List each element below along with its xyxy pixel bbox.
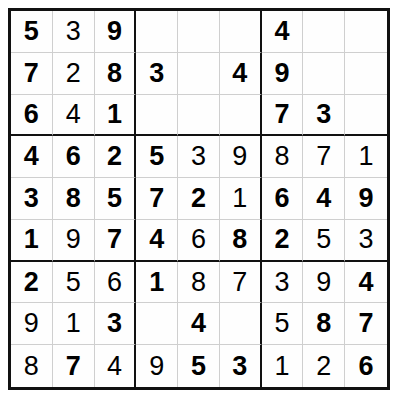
cell-r1c2[interactable]: 3	[53, 11, 95, 53]
cell-r3c1[interactable]: 6	[11, 95, 53, 137]
cell-r1c7[interactable]: 4	[262, 11, 304, 53]
cell-r9c9[interactable]: 6	[345, 345, 387, 387]
cell-r3c9[interactable]	[345, 95, 387, 137]
cell-r9c6[interactable]: 3	[220, 345, 262, 387]
cell-r6c6[interactable]: 8	[220, 220, 262, 262]
cell-r4c4[interactable]: 5	[136, 136, 178, 178]
cell-r6c9[interactable]: 3	[345, 220, 387, 262]
sudoku-board: 5394728349641734625398713857216491974682…	[8, 8, 390, 390]
cell-r7c7[interactable]: 3	[262, 262, 304, 304]
cell-r7c9[interactable]: 4	[345, 262, 387, 304]
cell-r8c4[interactable]	[136, 303, 178, 345]
cell-r1c4[interactable]	[136, 11, 178, 53]
cell-r8c2[interactable]: 1	[53, 303, 95, 345]
cell-r9c7[interactable]: 1	[262, 345, 304, 387]
cell-r9c3[interactable]: 4	[95, 345, 137, 387]
cell-r4c9[interactable]: 1	[345, 136, 387, 178]
cell-r2c2[interactable]: 2	[53, 53, 95, 95]
cell-r4c3[interactable]: 2	[95, 136, 137, 178]
cell-r7c8[interactable]: 9	[303, 262, 345, 304]
cell-r6c1[interactable]: 1	[11, 220, 53, 262]
cell-r7c2[interactable]: 5	[53, 262, 95, 304]
cell-r5c8[interactable]: 4	[303, 178, 345, 220]
cell-r3c8[interactable]: 3	[303, 95, 345, 137]
cell-r8c9[interactable]: 7	[345, 303, 387, 345]
cell-r4c7[interactable]: 8	[262, 136, 304, 178]
cell-r6c3[interactable]: 7	[95, 220, 137, 262]
cell-r4c2[interactable]: 6	[53, 136, 95, 178]
cell-r6c2[interactable]: 9	[53, 220, 95, 262]
cell-r3c5[interactable]	[178, 95, 220, 137]
cell-r1c6[interactable]	[220, 11, 262, 53]
cell-r9c1[interactable]: 8	[11, 345, 53, 387]
cell-r7c6[interactable]: 7	[220, 262, 262, 304]
cell-r3c6[interactable]	[220, 95, 262, 137]
cell-r1c8[interactable]	[303, 11, 345, 53]
cell-r7c1[interactable]: 2	[11, 262, 53, 304]
cell-r8c1[interactable]: 9	[11, 303, 53, 345]
cell-r2c7[interactable]: 9	[262, 53, 304, 95]
cell-r1c5[interactable]	[178, 11, 220, 53]
cell-r3c4[interactable]	[136, 95, 178, 137]
cell-r1c3[interactable]: 9	[95, 11, 137, 53]
cell-r9c5[interactable]: 5	[178, 345, 220, 387]
cell-r9c4[interactable]: 9	[136, 345, 178, 387]
cell-r7c5[interactable]: 8	[178, 262, 220, 304]
cell-r3c3[interactable]: 1	[95, 95, 137, 137]
cell-r6c4[interactable]: 4	[136, 220, 178, 262]
cell-r2c3[interactable]: 8	[95, 53, 137, 95]
cell-r3c7[interactable]: 7	[262, 95, 304, 137]
cell-r6c8[interactable]: 5	[303, 220, 345, 262]
cell-r5c3[interactable]: 5	[95, 178, 137, 220]
cell-r4c5[interactable]: 3	[178, 136, 220, 178]
cell-r8c3[interactable]: 3	[95, 303, 137, 345]
cell-r2c9[interactable]	[345, 53, 387, 95]
cell-r5c2[interactable]: 8	[53, 178, 95, 220]
cell-r5c5[interactable]: 2	[178, 178, 220, 220]
cell-r5c9[interactable]: 9	[345, 178, 387, 220]
cell-r2c8[interactable]	[303, 53, 345, 95]
cell-r3c2[interactable]: 4	[53, 95, 95, 137]
cell-r2c4[interactable]: 3	[136, 53, 178, 95]
cell-r6c7[interactable]: 2	[262, 220, 304, 262]
cell-r5c6[interactable]: 1	[220, 178, 262, 220]
cell-r9c8[interactable]: 2	[303, 345, 345, 387]
cell-r2c6[interactable]: 4	[220, 53, 262, 95]
cell-r2c5[interactable]	[178, 53, 220, 95]
cell-r5c4[interactable]: 7	[136, 178, 178, 220]
cell-r1c9[interactable]	[345, 11, 387, 53]
cell-r5c7[interactable]: 6	[262, 178, 304, 220]
cell-r5c1[interactable]: 3	[11, 178, 53, 220]
cell-r1c1[interactable]: 5	[11, 11, 53, 53]
cell-r4c6[interactable]: 9	[220, 136, 262, 178]
cell-r6c5[interactable]: 6	[178, 220, 220, 262]
cell-r7c3[interactable]: 6	[95, 262, 137, 304]
cell-r8c7[interactable]: 5	[262, 303, 304, 345]
cell-r2c1[interactable]: 7	[11, 53, 53, 95]
cell-r8c8[interactable]: 8	[303, 303, 345, 345]
cell-r7c4[interactable]: 1	[136, 262, 178, 304]
cell-r4c8[interactable]: 7	[303, 136, 345, 178]
cell-r4c1[interactable]: 4	[11, 136, 53, 178]
cell-r9c2[interactable]: 7	[53, 345, 95, 387]
cell-r8c5[interactable]: 4	[178, 303, 220, 345]
cell-r8c6[interactable]	[220, 303, 262, 345]
